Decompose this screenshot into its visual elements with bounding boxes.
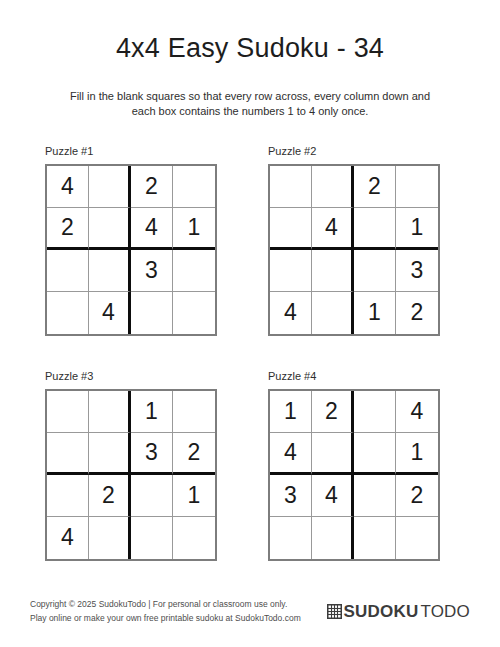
puzzle-3: Puzzle #3 132214 (45, 370, 218, 561)
puzzle-3-cell-r1c4[interactable] (173, 391, 215, 433)
puzzle-1-label: Puzzle #1 (45, 145, 218, 157)
puzzle-2-cell-r4c4: 2 (396, 292, 438, 334)
puzzle-4-label: Puzzle #4 (268, 370, 441, 382)
puzzle-4-cell-r2c3[interactable] (354, 433, 396, 475)
puzzle-2-cell-r2c2: 4 (312, 208, 354, 250)
puzzle-4-cell-r3c2: 4 (312, 475, 354, 517)
puzzle-1-cell-r1c2[interactable] (89, 166, 131, 208)
logo-text-todo: TODO (420, 602, 470, 622)
footer: Copyright © 2025 SudokuTodo | For person… (30, 598, 470, 625)
logo-text-sudoku: SUDOKU (344, 602, 419, 622)
puzzle-2-cell-r1c3: 2 (354, 166, 396, 208)
puzzle-2-cell-r2c3[interactable] (354, 208, 396, 250)
puzzle-1-cell-r1c3: 2 (131, 166, 173, 208)
puzzle-4-cell-r4c1[interactable] (270, 517, 312, 559)
puzzle-3-cell-r1c2[interactable] (89, 391, 131, 433)
puzzle-3-cell-r2c4: 2 (173, 433, 215, 475)
puzzles-container: Puzzle #1 4224134 Puzzle #2 2413412 Puzz… (0, 145, 441, 561)
puzzle-3-cell-r2c1[interactable] (47, 433, 89, 475)
puzzle-4-cell-r3c4: 2 (396, 475, 438, 517)
puzzle-2-label: Puzzle #2 (268, 145, 441, 157)
puzzle-4-cell-r1c1: 1 (270, 391, 312, 433)
puzzle-3-cell-r3c4: 1 (173, 475, 215, 517)
puzzle-2-cell-r3c4: 3 (396, 250, 438, 292)
puzzle-3-label: Puzzle #3 (45, 370, 218, 382)
puzzle-2-cell-r3c2[interactable] (312, 250, 354, 292)
puzzle-4-cell-r4c4[interactable] (396, 517, 438, 559)
sudoku-board-3: 132214 (45, 389, 217, 561)
puzzle-4-cell-r1c4: 4 (396, 391, 438, 433)
printable-sudoku-page: 4x4 Easy Sudoku - 34 Fill in the blank s… (0, 0, 500, 647)
puzzle-2-cell-r1c4[interactable] (396, 166, 438, 208)
instructions-line-2: each box contains the numbers 1 to 4 onl… (132, 105, 369, 117)
puzzle-3-cell-r1c3: 1 (131, 391, 173, 433)
puzzle-1: Puzzle #1 4224134 (45, 145, 218, 336)
puzzle-2-cell-r2c4: 1 (396, 208, 438, 250)
puzzle-3-cell-r4c1: 4 (47, 517, 89, 559)
instructions: Fill in the blank squares so that every … (0, 89, 500, 119)
puzzle-1-cell-r2c2[interactable] (89, 208, 131, 250)
puzzle-2-cell-r3c1[interactable] (270, 250, 312, 292)
puzzle-3-cell-r3c2: 2 (89, 475, 131, 517)
puzzle-2-cell-r3c3[interactable] (354, 250, 396, 292)
puzzle-4-cell-r1c3[interactable] (354, 391, 396, 433)
puzzle-2-cell-r4c1: 4 (270, 292, 312, 334)
puzzle-1-cell-r1c4[interactable] (173, 166, 215, 208)
puzzle-3-cell-r3c1[interactable] (47, 475, 89, 517)
puzzle-1-cell-r1c1: 4 (47, 166, 89, 208)
puzzle-2: Puzzle #2 2413412 (268, 145, 441, 336)
puzzle-3-cell-r2c3: 3 (131, 433, 173, 475)
puzzle-3-cell-r4c4[interactable] (173, 517, 215, 559)
puzzle-2-cell-r1c1[interactable] (270, 166, 312, 208)
puzzle-1-cell-r3c2[interactable] (89, 250, 131, 292)
puzzle-1-cell-r2c4: 1 (173, 208, 215, 250)
puzzle-3-cell-r2c2[interactable] (89, 433, 131, 475)
puzzle-3-cell-r1c1[interactable] (47, 391, 89, 433)
puzzle-4-cell-r3c1: 3 (270, 475, 312, 517)
puzzle-1-cell-r2c1: 2 (47, 208, 89, 250)
puzzle-4-cell-r2c4: 1 (396, 433, 438, 475)
puzzle-4-cell-r4c3[interactable] (354, 517, 396, 559)
puzzle-1-cell-r4c2: 4 (89, 292, 131, 334)
puzzle-2-cell-r4c3: 1 (354, 292, 396, 334)
puzzle-1-cell-r3c3: 3 (131, 250, 173, 292)
puzzle-3-cell-r4c2[interactable] (89, 517, 131, 559)
puzzle-3-cell-r3c3[interactable] (131, 475, 173, 517)
sudoku-board-4: 12441342 (268, 389, 440, 561)
puzzle-4-cell-r3c3[interactable] (354, 475, 396, 517)
puzzle-2-cell-r2c1[interactable] (270, 208, 312, 250)
sudoku-board-1: 4224134 (45, 164, 217, 336)
grid-icon (327, 604, 342, 619)
footer-copyright-line-2: Play online or make your own free printa… (30, 612, 301, 626)
puzzle-4-cell-r4c2[interactable] (312, 517, 354, 559)
puzzle-4-cell-r1c2: 2 (312, 391, 354, 433)
footer-copyright-line-1: Copyright © 2025 SudokuTodo | For person… (30, 598, 301, 612)
puzzle-1-cell-r3c4[interactable] (173, 250, 215, 292)
sudoku-board-2: 2413412 (268, 164, 440, 336)
page-title: 4x4 Easy Sudoku - 34 (0, 0, 500, 64)
puzzle-4-cell-r2c2[interactable] (312, 433, 354, 475)
puzzle-1-cell-r2c3: 4 (131, 208, 173, 250)
sudokutodo-logo: SUDOKUTODO (327, 602, 470, 622)
footer-copyright: Copyright © 2025 SudokuTodo | For person… (30, 598, 301, 625)
puzzle-1-cell-r3c1[interactable] (47, 250, 89, 292)
puzzle-1-cell-r4c4[interactable] (173, 292, 215, 334)
puzzle-1-cell-r4c3[interactable] (131, 292, 173, 334)
instructions-line-1: Fill in the blank squares so that every … (70, 90, 430, 102)
puzzle-1-cell-r4c1[interactable] (47, 292, 89, 334)
puzzle-4-cell-r2c1: 4 (270, 433, 312, 475)
puzzle-3-cell-r4c3[interactable] (131, 517, 173, 559)
puzzle-2-cell-r1c2[interactable] (312, 166, 354, 208)
puzzle-4: Puzzle #4 12441342 (268, 370, 441, 561)
puzzle-2-cell-r4c2[interactable] (312, 292, 354, 334)
